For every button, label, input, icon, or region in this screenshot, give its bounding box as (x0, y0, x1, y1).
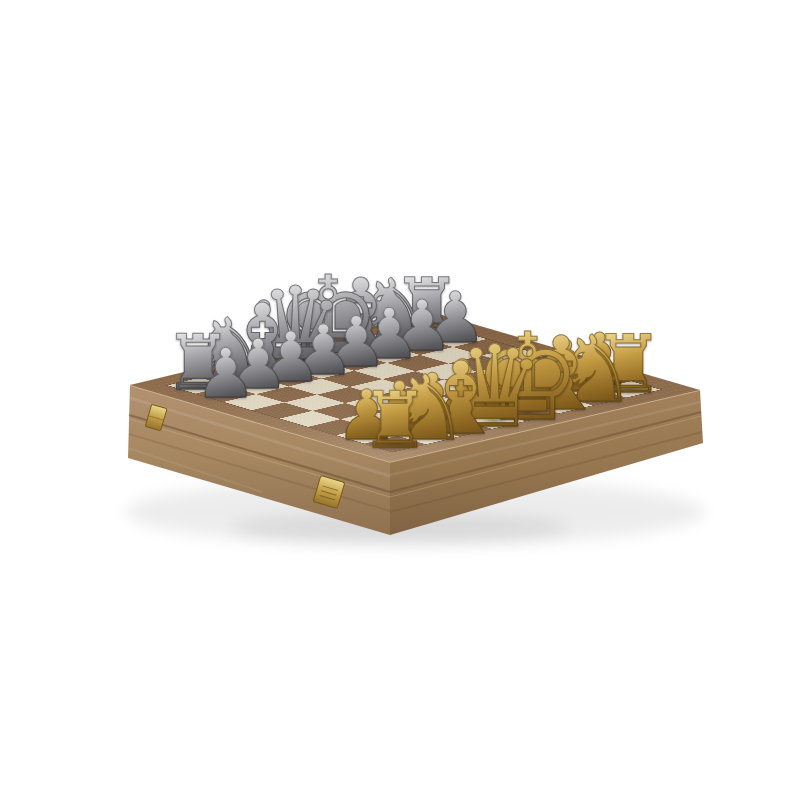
pawn-icon: ♟ (195, 339, 256, 407)
pieces-layer: ♜♞♝♛♚♝♞♜♟♟♟♟♟♟♟♟♟♟♟♟♟♟♟♟♜♞♝♛♚♝♞♜ (0, 0, 800, 800)
rook-icon: ♜ (360, 382, 430, 460)
scene: ♜♞♝♛♚♝♞♜♟♟♟♟♟♟♟♟♟♟♟♟♟♟♟♟♜♞♝♛♚♝♞♜ (0, 0, 800, 800)
